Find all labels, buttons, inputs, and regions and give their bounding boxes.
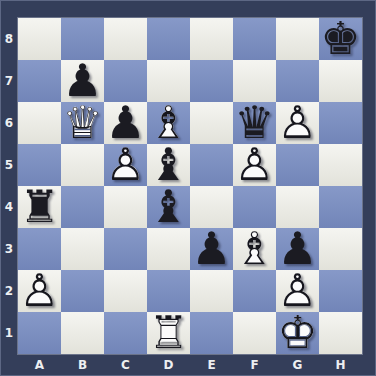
square-h3[interactable] xyxy=(319,228,362,270)
white-piece-outline-glyph: ♗ xyxy=(233,228,276,270)
file-labels: ABCDEFGH xyxy=(18,354,362,376)
square-e2[interactable] xyxy=(190,270,233,312)
black-piece-glyph: ♝ xyxy=(147,186,190,228)
square-f3[interactable]: ♝♗ xyxy=(233,228,276,270)
square-c5[interactable]: ♟♙ xyxy=(104,144,147,186)
rank-label-6: 6 xyxy=(0,102,18,144)
square-g1[interactable]: ♚♔ xyxy=(276,312,319,354)
white-piece-outline-glyph: ♖ xyxy=(147,312,190,354)
rank-labels: 87654321 xyxy=(0,18,18,354)
white-piece-outline-glyph: ♕ xyxy=(61,102,104,144)
square-c8[interactable] xyxy=(104,18,147,60)
square-e8[interactable] xyxy=(190,18,233,60)
square-h1[interactable] xyxy=(319,312,362,354)
square-f8[interactable] xyxy=(233,18,276,60)
white-rook[interactable]: ♜♖ xyxy=(147,312,190,354)
square-b2[interactable] xyxy=(61,270,104,312)
square-d3[interactable] xyxy=(147,228,190,270)
square-h4[interactable] xyxy=(319,186,362,228)
black-piece-glyph: ♜ xyxy=(18,186,61,228)
square-a8[interactable] xyxy=(18,18,61,60)
square-b3[interactable] xyxy=(61,228,104,270)
file-label-e: E xyxy=(190,354,233,376)
square-f2[interactable] xyxy=(233,270,276,312)
file-label-h: H xyxy=(319,354,362,376)
white-piece-outline-glyph: ♔ xyxy=(276,312,319,354)
white-pawn[interactable]: ♟♙ xyxy=(233,144,276,186)
square-h6[interactable] xyxy=(319,102,362,144)
file-label-g: G xyxy=(276,354,319,376)
square-g8[interactable] xyxy=(276,18,319,60)
file-label-f: F xyxy=(233,354,276,376)
square-g6[interactable]: ♟♙ xyxy=(276,102,319,144)
square-a4[interactable]: ♜ xyxy=(18,186,61,228)
rank-label-3: 3 xyxy=(0,228,18,270)
black-piece-glyph: ♚ xyxy=(319,18,362,60)
square-a7[interactable] xyxy=(18,60,61,102)
rank-label-7: 7 xyxy=(0,60,18,102)
square-b6[interactable]: ♛♕ xyxy=(61,102,104,144)
white-pawn[interactable]: ♟♙ xyxy=(18,270,61,312)
white-piece-outline-glyph: ♙ xyxy=(233,144,276,186)
square-h8[interactable]: ♚ xyxy=(319,18,362,60)
white-pawn[interactable]: ♟♙ xyxy=(276,102,319,144)
square-c1[interactable] xyxy=(104,312,147,354)
square-g5[interactable] xyxy=(276,144,319,186)
rank-label-1: 1 xyxy=(0,312,18,354)
black-pawn[interactable]: ♟ xyxy=(190,228,233,270)
square-b4[interactable] xyxy=(61,186,104,228)
square-e6[interactable] xyxy=(190,102,233,144)
file-label-c: C xyxy=(104,354,147,376)
square-d4[interactable]: ♝ xyxy=(147,186,190,228)
square-h5[interactable] xyxy=(319,144,362,186)
square-e3[interactable]: ♟ xyxy=(190,228,233,270)
rank-label-2: 2 xyxy=(0,270,18,312)
white-queen[interactable]: ♛♕ xyxy=(61,102,104,144)
square-f1[interactable] xyxy=(233,312,276,354)
rank-label-5: 5 xyxy=(0,144,18,186)
black-piece-glyph: ♟ xyxy=(190,228,233,270)
square-c3[interactable] xyxy=(104,228,147,270)
square-d8[interactable] xyxy=(147,18,190,60)
black-king[interactable]: ♚ xyxy=(319,18,362,60)
square-a2[interactable]: ♟♙ xyxy=(18,270,61,312)
white-bishop[interactable]: ♝♗ xyxy=(233,228,276,270)
square-b5[interactable] xyxy=(61,144,104,186)
square-b1[interactable] xyxy=(61,312,104,354)
square-e7[interactable] xyxy=(190,60,233,102)
square-h2[interactable] xyxy=(319,270,362,312)
chess-board[interactable]: ♚♟♛♕♟♝♗♛♟♙♟♙♝♟♙♜♝♟♝♗♟♟♙♟♙♜♖♚♔ xyxy=(18,18,362,354)
file-label-a: A xyxy=(18,354,61,376)
white-piece-outline-glyph: ♙ xyxy=(104,144,147,186)
white-piece-outline-glyph: ♙ xyxy=(18,270,61,312)
rank-label-4: 4 xyxy=(0,186,18,228)
rank-label-8: 8 xyxy=(0,18,18,60)
square-c2[interactable] xyxy=(104,270,147,312)
chess-board-frame: 87654321 ♚♟♛♕♟♝♗♛♟♙♟♙♝♟♙♜♝♟♝♗♟♟♙♟♙♜♖♚♔ A… xyxy=(0,0,376,376)
black-rook[interactable]: ♜ xyxy=(18,186,61,228)
square-h7[interactable] xyxy=(319,60,362,102)
square-a1[interactable] xyxy=(18,312,61,354)
square-f5[interactable]: ♟♙ xyxy=(233,144,276,186)
square-a6[interactable] xyxy=(18,102,61,144)
white-piece-outline-glyph: ♙ xyxy=(276,102,319,144)
square-e1[interactable] xyxy=(190,312,233,354)
file-label-d: D xyxy=(147,354,190,376)
black-bishop[interactable]: ♝ xyxy=(147,186,190,228)
square-d1[interactable]: ♜♖ xyxy=(147,312,190,354)
white-pawn[interactable]: ♟♙ xyxy=(104,144,147,186)
file-label-b: B xyxy=(61,354,104,376)
square-e5[interactable] xyxy=(190,144,233,186)
white-king[interactable]: ♚♔ xyxy=(276,312,319,354)
square-c4[interactable] xyxy=(104,186,147,228)
